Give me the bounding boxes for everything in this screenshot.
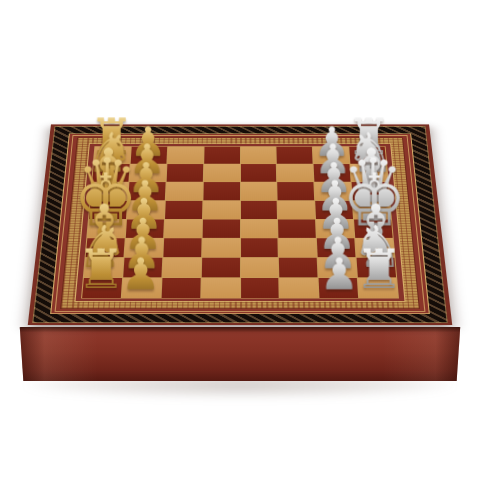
square-r1c4[interactable] [204,147,240,164]
square-r2c3[interactable] [166,164,202,181]
square-r6c4[interactable] [202,238,240,257]
square-r8c4[interactable] [201,278,240,298]
square-r2c6[interactable] [277,164,313,181]
silver-rook[interactable]: ♜ [354,242,403,296]
square-r4c4[interactable] [203,201,240,219]
square-r8c8[interactable]: ♜ [358,278,398,298]
square-r3c3[interactable] [166,182,203,200]
square-r5c6[interactable] [278,219,316,238]
square-r7c6[interactable] [279,258,318,277]
square-r8c1[interactable]: ♜ [82,278,122,298]
square-r7c4[interactable] [201,258,239,277]
gold-pawn[interactable]: ♟ [121,252,160,296]
square-r3c5[interactable] [240,182,276,200]
square-r6c3[interactable] [163,238,201,257]
leather-border-outer: ♜♟♟♜♞♟♟♞♝♟♟♝♛♟♟♛♚♟♟♚♝♟♟♝♞♟♟♞♜♟♟♜ [50,133,430,313]
square-r4c5[interactable] [240,201,277,219]
gold-arabesque-band: ♜♟♟♜♞♟♟♞♝♟♟♝♛♟♟♛♚♟♟♚♝♟♟♝♞♟♟♞♜♟♟♜ [60,138,420,309]
board-plate: ♜♟♟♜♞♟♟♞♝♟♟♝♛♟♟♛♚♟♟♚♝♟♟♝♞♟♟♞♜♟♟♜ [28,124,453,325]
square-r4c3[interactable] [165,201,202,219]
square-r6c5[interactable] [241,238,279,257]
leather-border-inner: ♜♟♟♜♞♟♟♞♝♟♟♝♛♟♟♛♚♟♟♚♝♟♟♝♞♟♟♞♜♟♟♜ [74,143,405,301]
square-r1c3[interactable] [167,147,203,164]
square-r1c5[interactable] [240,147,276,164]
square-r4c6[interactable] [278,201,315,219]
square-r5c5[interactable] [241,219,278,238]
square-r8c6[interactable] [280,278,319,298]
square-r1c6[interactable] [277,147,313,164]
square-r6c6[interactable] [279,238,317,257]
square-r7c5[interactable] [241,258,279,277]
square-r2c5[interactable] [240,164,276,181]
square-r8c2[interactable]: ♟ [122,278,161,298]
square-r7c3[interactable] [162,258,201,277]
square-r5c4[interactable] [202,219,239,238]
square-r8c5[interactable] [241,278,280,298]
silver-pawn[interactable]: ♟ [319,252,358,296]
rope-trim-border: ♜♟♟♜♞♟♟♞♝♟♟♝♛♟♟♛♚♟♟♚♝♟♟♝♞♟♟♞♜♟♟♜ [28,124,453,325]
gold-rook[interactable]: ♜ [77,242,126,296]
chess-set-photo: ♜♟♟♜♞♟♟♞♝♟♟♝♛♟♟♛♚♟♟♚♝♟♟♝♞♟♟♞♜♟♟♜ [0,0,480,480]
square-r3c6[interactable] [278,182,315,200]
square-r5c3[interactable] [164,219,202,238]
square-r3c4[interactable] [203,182,239,200]
square-r2c4[interactable] [203,164,239,181]
board-box-base [18,327,462,381]
square-r8c7[interactable]: ♟ [319,278,358,298]
chess-board[interactable]: ♜♟♟♜♞♟♟♞♝♟♟♝♛♟♟♛♚♟♟♚♝♟♟♝♞♟♟♞♜♟♟♜ [81,146,399,298]
square-r8c3[interactable] [161,278,200,298]
